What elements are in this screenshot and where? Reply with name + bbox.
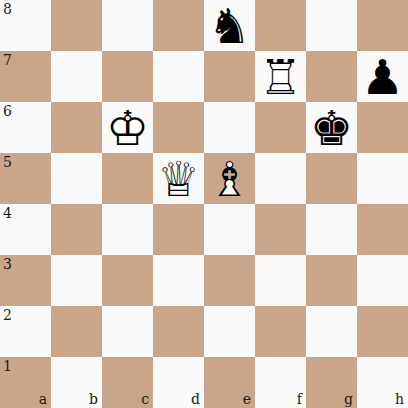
white-rook-f7[interactable]: ♜♖ — [255, 51, 306, 102]
square-h4[interactable] — [357, 204, 408, 255]
file-label-a: a — [39, 392, 47, 406]
square-g7[interactable] — [306, 51, 357, 102]
square-b3[interactable] — [51, 255, 102, 306]
black-pawn-h7[interactable]: ♟ — [357, 51, 408, 102]
rank-label-6: 6 — [3, 104, 12, 118]
square-f6[interactable] — [255, 102, 306, 153]
square-a7[interactable]: 7 — [0, 51, 51, 102]
file-label-d: d — [191, 392, 200, 406]
rank-label-8: 8 — [3, 2, 12, 16]
square-g2[interactable] — [306, 306, 357, 357]
square-f5[interactable] — [255, 153, 306, 204]
black-knight-icon: ♞ — [204, 0, 255, 51]
square-e6[interactable] — [204, 102, 255, 153]
square-c5[interactable] — [102, 153, 153, 204]
square-e8[interactable]: ♞ — [204, 0, 255, 51]
square-b1[interactable]: b — [51, 357, 102, 408]
square-a6[interactable]: 6 — [0, 102, 51, 153]
square-c1[interactable]: c — [102, 357, 153, 408]
chess-board: 8♞7♜♖♟6♚♔♚5♛♕♝♗4321abcdefgh — [0, 0, 408, 408]
square-a5[interactable]: 5 — [0, 153, 51, 204]
rank-label-3: 3 — [3, 257, 12, 271]
file-label-c: c — [141, 392, 149, 406]
square-c4[interactable] — [102, 204, 153, 255]
rank-label-2: 2 — [3, 308, 12, 322]
square-a3[interactable]: 3 — [0, 255, 51, 306]
square-b6[interactable] — [51, 102, 102, 153]
rank-label-4: 4 — [3, 206, 12, 220]
square-g6[interactable]: ♚ — [306, 102, 357, 153]
rank-label-1: 1 — [3, 359, 12, 373]
file-label-b: b — [89, 392, 98, 406]
square-d5[interactable]: ♛♕ — [153, 153, 204, 204]
square-b7[interactable] — [51, 51, 102, 102]
square-g5[interactable] — [306, 153, 357, 204]
square-g8[interactable] — [306, 0, 357, 51]
square-b8[interactable] — [51, 0, 102, 51]
square-e4[interactable] — [204, 204, 255, 255]
square-e3[interactable] — [204, 255, 255, 306]
square-f2[interactable] — [255, 306, 306, 357]
square-c2[interactable] — [102, 306, 153, 357]
square-c7[interactable] — [102, 51, 153, 102]
square-g4[interactable] — [306, 204, 357, 255]
square-b5[interactable] — [51, 153, 102, 204]
white-queen-icon: ♕ — [153, 153, 204, 204]
rank-label-5: 5 — [3, 155, 12, 169]
black-king-g6[interactable]: ♚ — [306, 102, 357, 153]
square-d7[interactable] — [153, 51, 204, 102]
square-e7[interactable] — [204, 51, 255, 102]
square-h7[interactable]: ♟ — [357, 51, 408, 102]
square-f8[interactable] — [255, 0, 306, 51]
file-label-e: e — [243, 392, 251, 406]
square-h8[interactable] — [357, 0, 408, 51]
square-c8[interactable] — [102, 0, 153, 51]
square-d4[interactable] — [153, 204, 204, 255]
white-king-c6[interactable]: ♚♔ — [102, 102, 153, 153]
square-d2[interactable] — [153, 306, 204, 357]
square-f1[interactable]: f — [255, 357, 306, 408]
square-h6[interactable] — [357, 102, 408, 153]
square-h5[interactable] — [357, 153, 408, 204]
square-d8[interactable] — [153, 0, 204, 51]
white-queen-d5[interactable]: ♛♕ — [153, 153, 204, 204]
file-label-f: f — [297, 392, 302, 406]
white-king-icon: ♔ — [102, 102, 153, 153]
white-rook-icon: ♖ — [255, 51, 306, 102]
file-label-g: g — [344, 392, 353, 406]
square-a4[interactable]: 4 — [0, 204, 51, 255]
square-g1[interactable]: g — [306, 357, 357, 408]
white-bishop-icon: ♗ — [204, 153, 255, 204]
square-d1[interactable]: d — [153, 357, 204, 408]
square-c6[interactable]: ♚♔ — [102, 102, 153, 153]
file-label-h: h — [395, 392, 404, 406]
square-e1[interactable]: e — [204, 357, 255, 408]
square-d3[interactable] — [153, 255, 204, 306]
square-h2[interactable] — [357, 306, 408, 357]
square-e2[interactable] — [204, 306, 255, 357]
black-pawn-icon: ♟ — [357, 51, 408, 102]
square-f4[interactable] — [255, 204, 306, 255]
square-f3[interactable] — [255, 255, 306, 306]
square-a2[interactable]: 2 — [0, 306, 51, 357]
white-bishop-e5[interactable]: ♝♗ — [204, 153, 255, 204]
black-knight-e8[interactable]: ♞ — [204, 0, 255, 51]
square-c3[interactable] — [102, 255, 153, 306]
square-d6[interactable] — [153, 102, 204, 153]
square-f7[interactable]: ♜♖ — [255, 51, 306, 102]
square-h1[interactable]: h — [357, 357, 408, 408]
square-b4[interactable] — [51, 204, 102, 255]
square-g3[interactable] — [306, 255, 357, 306]
square-b2[interactable] — [51, 306, 102, 357]
square-h3[interactable] — [357, 255, 408, 306]
black-king-icon: ♚ — [306, 102, 357, 153]
square-a8[interactable]: 8 — [0, 0, 51, 51]
square-e5[interactable]: ♝♗ — [204, 153, 255, 204]
square-a1[interactable]: 1a — [0, 357, 51, 408]
rank-label-7: 7 — [3, 53, 12, 67]
